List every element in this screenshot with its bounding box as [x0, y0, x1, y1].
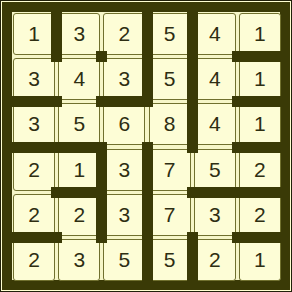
- cell-r2c3[interactable]: 8: [149, 103, 191, 145]
- cell-r5c1[interactable]: 3: [58, 239, 100, 281]
- cell-r0c4[interactable]: 4: [194, 13, 236, 55]
- cell-r5c2[interactable]: 5: [103, 239, 145, 281]
- game-board: 132541343541356841213752223732235521: [0, 0, 292, 292]
- cell-r4c4[interactable]: 3: [194, 194, 236, 236]
- cell-r4c3[interactable]: 7: [149, 194, 191, 236]
- cell-r2c5[interactable]: 1: [239, 103, 281, 145]
- corner-post: [96, 51, 107, 62]
- wall-vertical: [187, 236, 198, 284]
- cell-r1c1[interactable]: 4: [58, 58, 100, 100]
- cell-r0c3[interactable]: 5: [149, 13, 191, 55]
- cell-r3c4[interactable]: 5: [194, 149, 236, 191]
- corner-post: [232, 232, 243, 243]
- corner-post: [96, 96, 107, 107]
- cell-r3c0[interactable]: 2: [13, 149, 55, 191]
- cell-r0c5[interactable]: 1: [239, 13, 281, 55]
- cell-r0c2[interactable]: 2: [103, 13, 145, 55]
- cell-r5c0[interactable]: 2: [13, 239, 55, 281]
- cell-r1c4[interactable]: 4: [194, 58, 236, 100]
- cell-r2c1[interactable]: 5: [58, 103, 100, 145]
- corner-post: [142, 232, 153, 243]
- corner-post: [96, 142, 107, 153]
- cell-r2c4[interactable]: 4: [194, 103, 236, 145]
- corner-post: [187, 96, 198, 107]
- cell-r2c0[interactable]: 3: [13, 103, 55, 145]
- cell-r4c5[interactable]: 2: [239, 194, 281, 236]
- corner-post: [142, 51, 153, 62]
- corner-post: [96, 232, 107, 243]
- cell-r3c1[interactable]: 1: [58, 149, 100, 191]
- wall-horizontal: [236, 187, 284, 198]
- cell-r5c4[interactable]: 2: [194, 239, 236, 281]
- corner-post: [51, 96, 62, 107]
- corner-post: [51, 187, 62, 198]
- corner-post: [232, 142, 243, 153]
- cell-r4c1[interactable]: 2: [58, 194, 100, 236]
- wall-horizontal: [236, 142, 284, 153]
- cell-r3c5[interactable]: 2: [239, 149, 281, 191]
- corner-post: [187, 187, 198, 198]
- wall-horizontal: [236, 96, 284, 107]
- cell-r3c3[interactable]: 7: [149, 149, 191, 191]
- corner-post: [187, 51, 198, 62]
- cell-r3c2[interactable]: 3: [103, 149, 145, 191]
- wall-horizontal: [236, 232, 284, 243]
- cell-r2c2[interactable]: 6: [103, 103, 145, 145]
- cell-r5c3[interactable]: 5: [149, 239, 191, 281]
- corner-post: [142, 96, 153, 107]
- corner-post: [142, 142, 153, 153]
- corner-post: [232, 96, 243, 107]
- cell-r4c2[interactable]: 3: [103, 194, 145, 236]
- cell-r1c3[interactable]: 5: [149, 58, 191, 100]
- cell-r5c5[interactable]: 1: [239, 239, 281, 281]
- cell-r4c0[interactable]: 2: [13, 194, 55, 236]
- corner-post: [51, 232, 62, 243]
- corner-post: [51, 51, 62, 62]
- corner-post: [232, 187, 243, 198]
- corner-post: [51, 142, 62, 153]
- wall-horizontal: [236, 51, 284, 62]
- cell-r0c1[interactable]: 3: [58, 13, 100, 55]
- wall-vertical: [142, 236, 153, 284]
- cell-r1c2[interactable]: 3: [103, 58, 145, 100]
- corner-post: [96, 187, 107, 198]
- cell-r1c5[interactable]: 1: [239, 58, 281, 100]
- corner-post: [187, 142, 198, 153]
- corner-post: [187, 232, 198, 243]
- corner-post: [232, 51, 243, 62]
- cell-r0c0[interactable]: 1: [13, 13, 55, 55]
- cell-r1c0[interactable]: 3: [13, 58, 55, 100]
- corner-post: [142, 187, 153, 198]
